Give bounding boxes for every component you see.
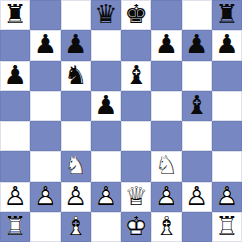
black-rook-icon: ♜ (215, 1, 238, 27)
white-knight-outline-icon: ♘ (64, 153, 87, 179)
square-b5[interactable] (30, 91, 60, 121)
white-king[interactable]: ♚♔ (121, 212, 151, 242)
white-pawn[interactable]: ♟♙ (61, 182, 91, 212)
square-g4[interactable] (182, 121, 212, 151)
black-pawn-icon: ♟ (94, 92, 117, 118)
square-d7[interactable] (91, 30, 121, 60)
black-rook-icon: ♜ (3, 1, 26, 27)
square-e3[interactable] (121, 151, 151, 181)
square-h6[interactable] (212, 61, 242, 91)
square-e4[interactable] (121, 121, 151, 151)
square-d2[interactable]: ♟♙ (91, 182, 121, 212)
square-g5[interactable]: ♝ (182, 91, 212, 121)
black-bishop-icon: ♝ (185, 92, 208, 118)
square-b7[interactable]: ♟ (30, 30, 60, 60)
square-b2[interactable]: ♟♙ (30, 182, 60, 212)
black-bishop[interactable]: ♝ (182, 91, 212, 121)
square-d5[interactable]: ♟ (91, 91, 121, 121)
white-rook[interactable]: ♜♖ (0, 212, 30, 242)
square-f3[interactable]: ♞♘ (151, 151, 181, 181)
square-d1[interactable] (91, 212, 121, 242)
black-pawn-icon: ♟ (34, 32, 57, 58)
white-pawn[interactable]: ♟♙ (0, 182, 30, 212)
white-pawn[interactable]: ♟♙ (151, 182, 181, 212)
square-c5[interactable] (61, 91, 91, 121)
square-g1[interactable] (182, 212, 212, 242)
square-e7[interactable] (121, 30, 151, 60)
square-f8[interactable] (151, 0, 181, 30)
square-a1[interactable]: ♜♖ (0, 212, 30, 242)
square-c1[interactable]: ♝♗ (61, 212, 91, 242)
white-pawn[interactable]: ♟♙ (91, 182, 121, 212)
square-a4[interactable] (0, 121, 30, 151)
square-f7[interactable]: ♟ (151, 30, 181, 60)
square-h7[interactable]: ♟ (212, 30, 242, 60)
white-knight[interactable]: ♞♘ (151, 151, 181, 181)
white-pawn-outline-icon: ♙ (155, 183, 178, 209)
square-c4[interactable] (61, 121, 91, 151)
chess-board: ♜♛♚♜♟♟♟♟♟♟♞♝♟♝♞♘♞♘♟♙♟♙♟♙♟♙♛♕♟♙♟♙♟♙♜♖♝♗♚♔… (0, 0, 242, 242)
square-g7[interactable]: ♟ (182, 30, 212, 60)
square-c3[interactable]: ♞♘ (61, 151, 91, 181)
white-pawn-outline-icon: ♙ (3, 183, 26, 209)
square-a5[interactable] (0, 91, 30, 121)
white-pawn-outline-icon: ♙ (34, 183, 57, 209)
square-c6[interactable]: ♞ (61, 61, 91, 91)
black-knight-icon: ♞ (64, 62, 87, 88)
square-f6[interactable] (151, 61, 181, 91)
square-h3[interactable] (212, 151, 242, 181)
square-b1[interactable] (30, 212, 60, 242)
black-pawn-icon: ♟ (64, 32, 87, 58)
black-bishop[interactable]: ♝ (121, 61, 151, 91)
square-c7[interactable]: ♟ (61, 30, 91, 60)
black-pawn-icon: ♟ (155, 32, 178, 58)
black-knight[interactable]: ♞ (61, 61, 91, 91)
square-d4[interactable] (91, 121, 121, 151)
square-e2[interactable]: ♛♕ (121, 182, 151, 212)
square-h1[interactable]: ♜♖ (212, 212, 242, 242)
black-rook[interactable]: ♜ (212, 0, 242, 30)
white-pawn-outline-icon: ♙ (94, 183, 117, 209)
square-a8[interactable]: ♜ (0, 0, 30, 30)
white-bishop[interactable]: ♝♗ (151, 212, 181, 242)
square-h2[interactable]: ♟♙ (212, 182, 242, 212)
square-a2[interactable]: ♟♙ (0, 182, 30, 212)
black-pawn[interactable]: ♟ (30, 30, 60, 60)
square-h8[interactable]: ♜ (212, 0, 242, 30)
white-pawn-outline-icon: ♙ (215, 183, 238, 209)
square-d8[interactable]: ♛ (91, 0, 121, 30)
black-pawn[interactable]: ♟ (0, 61, 30, 91)
black-pawn[interactable]: ♟ (212, 30, 242, 60)
black-pawn-icon: ♟ (215, 32, 238, 58)
square-d6[interactable] (91, 61, 121, 91)
black-king[interactable]: ♚ (121, 0, 151, 30)
black-pawn[interactable]: ♟ (91, 91, 121, 121)
black-bishop-icon: ♝ (124, 62, 147, 88)
square-c2[interactable]: ♟♙ (61, 182, 91, 212)
white-queen[interactable]: ♛♕ (121, 182, 151, 212)
black-pawn[interactable]: ♟ (151, 30, 181, 60)
black-pawn[interactable]: ♟ (61, 30, 91, 60)
square-g2[interactable]: ♟♙ (182, 182, 212, 212)
square-d3[interactable] (91, 151, 121, 181)
white-rook-outline-icon: ♖ (215, 213, 238, 239)
white-knight-outline-icon: ♘ (155, 153, 178, 179)
square-c8[interactable] (61, 0, 91, 30)
white-rook[interactable]: ♜♖ (212, 212, 242, 242)
square-e1[interactable]: ♚♔ (121, 212, 151, 242)
square-f5[interactable] (151, 91, 181, 121)
black-queen-icon: ♛ (94, 1, 117, 27)
square-b4[interactable] (30, 121, 60, 151)
square-e8[interactable]: ♚ (121, 0, 151, 30)
square-e6[interactable]: ♝ (121, 61, 151, 91)
white-rook-outline-icon: ♖ (3, 213, 26, 239)
square-f2[interactable]: ♟♙ (151, 182, 181, 212)
white-pawn[interactable]: ♟♙ (182, 182, 212, 212)
square-a6[interactable]: ♟ (0, 61, 30, 91)
square-g3[interactable] (182, 151, 212, 181)
square-a7[interactable] (0, 30, 30, 60)
square-h5[interactable] (212, 91, 242, 121)
black-pawn[interactable]: ♟ (182, 30, 212, 60)
black-queen[interactable]: ♛ (91, 0, 121, 30)
square-g8[interactable] (182, 0, 212, 30)
white-pawn[interactable]: ♟♙ (212, 182, 242, 212)
square-b3[interactable] (30, 151, 60, 181)
square-e5[interactable] (121, 91, 151, 121)
square-f1[interactable]: ♝♗ (151, 212, 181, 242)
white-pawn-outline-icon: ♙ (185, 183, 208, 209)
white-bishop-outline-icon: ♗ (64, 213, 87, 239)
white-pawn-outline-icon: ♙ (64, 183, 87, 209)
white-queen-outline-icon: ♕ (124, 183, 147, 209)
black-rook[interactable]: ♜ (0, 0, 30, 30)
square-a3[interactable] (0, 151, 30, 181)
black-king-icon: ♚ (124, 1, 147, 27)
black-pawn-icon: ♟ (3, 62, 26, 88)
white-pawn[interactable]: ♟♙ (30, 182, 60, 212)
white-knight[interactable]: ♞♘ (61, 151, 91, 181)
black-pawn-icon: ♟ (185, 32, 208, 58)
square-g6[interactable] (182, 61, 212, 91)
white-king-outline-icon: ♔ (124, 213, 147, 239)
white-bishop-outline-icon: ♗ (155, 213, 178, 239)
square-b8[interactable] (30, 0, 60, 30)
square-h4[interactable] (212, 121, 242, 151)
white-bishop[interactable]: ♝♗ (61, 212, 91, 242)
square-f4[interactable] (151, 121, 181, 151)
square-b6[interactable] (30, 61, 60, 91)
